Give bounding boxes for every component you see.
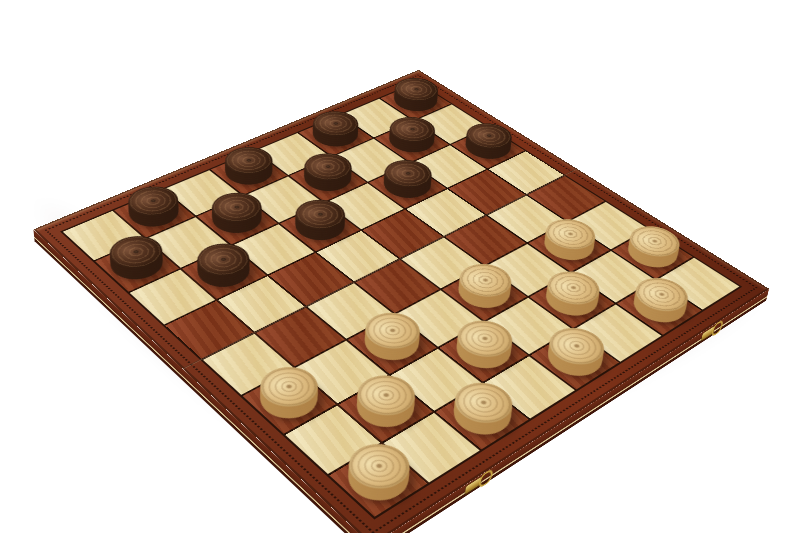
brass-clasp-left [465, 468, 492, 495]
square-b1[interactable] [114, 190, 194, 238]
scene-tilt [0, 0, 800, 533]
checker-dark[interactable] [120, 193, 189, 234]
checker-dark[interactable] [101, 243, 173, 288]
scene-perspective [0, 0, 800, 533]
checker-light[interactable] [448, 270, 520, 316]
clasp-hook [711, 319, 724, 338]
square-f5[interactable] [445, 216, 525, 265]
brass-clasp-right [701, 320, 723, 343]
board-grid [60, 81, 742, 519]
square-d5[interactable] [355, 260, 439, 313]
background [0, 0, 800, 533]
checkers-board [33, 70, 769, 533]
clasp-hook [479, 467, 494, 489]
square-h5[interactable] [528, 176, 605, 221]
checker-dark[interactable] [188, 250, 260, 295]
